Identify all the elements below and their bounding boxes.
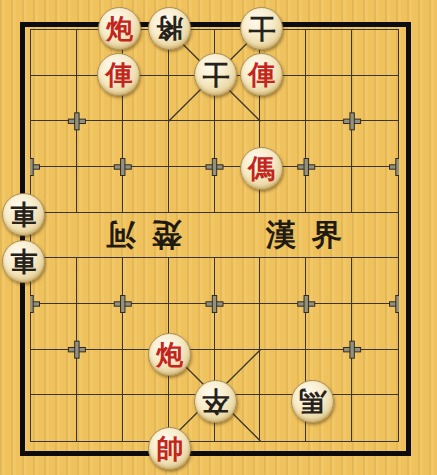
board-cell [306, 258, 352, 304]
board-cell [260, 304, 306, 350]
board-cell [77, 395, 123, 441]
piece-black-soldier[interactable]: 卒 [194, 380, 237, 423]
board-cell [352, 304, 398, 350]
board-cell [31, 30, 77, 76]
board-cell [123, 258, 169, 304]
piece-black-chariot[interactable]: 車 [2, 240, 45, 283]
board-cell [169, 167, 215, 213]
piece-glyph: 馬 [292, 381, 333, 422]
board-cell [215, 258, 261, 304]
piece-red-general[interactable]: 帥 [148, 427, 191, 470]
board-cell [31, 395, 77, 441]
piece-red-chariot[interactable]: 俥 [240, 53, 283, 96]
board-cell [306, 304, 352, 350]
board-cell [169, 258, 215, 304]
piece-black-horse[interactable]: 馬 [291, 380, 334, 423]
piece-black-advisor[interactable]: 士 [194, 53, 237, 96]
piece-glyph: 卒 [195, 381, 236, 422]
board-cell [31, 350, 77, 396]
board-cell [352, 76, 398, 122]
piece-glyph: 將 [149, 8, 190, 49]
piece-red-cannon[interactable]: 炮 [98, 7, 141, 50]
piece-black-chariot[interactable]: 車 [2, 193, 45, 236]
piece-red-chariot[interactable]: 俥 [97, 53, 140, 96]
piece-glyph: 炮 [149, 334, 190, 375]
board-cell [352, 350, 398, 396]
board-cell [77, 121, 123, 167]
piece-black-advisor[interactable]: 士 [240, 7, 283, 50]
piece-glyph: 帥 [149, 428, 190, 469]
board-cell [352, 395, 398, 441]
board-cell [31, 304, 77, 350]
board-cell [352, 167, 398, 213]
board-cell [260, 258, 306, 304]
board-cell [306, 76, 352, 122]
board-cell [123, 121, 169, 167]
piece-glyph: 車 [3, 241, 44, 282]
river-text-left: 楚河 [86, 212, 202, 258]
board-cell [77, 167, 123, 213]
board-cell [306, 121, 352, 167]
piece-glyph: 士 [241, 8, 282, 49]
board-cell [352, 258, 398, 304]
piece-glyph: 車 [3, 194, 44, 235]
board-cell [215, 304, 261, 350]
board-cell [31, 76, 77, 122]
board-cell [77, 350, 123, 396]
piece-glyph: 俥 [98, 54, 139, 95]
piece-red-horse[interactable]: 傌 [240, 147, 283, 190]
board-cell [169, 121, 215, 167]
board-cell [352, 30, 398, 76]
piece-glyph: 傌 [241, 148, 282, 189]
board-cell [31, 121, 77, 167]
board-cell [77, 258, 123, 304]
board-cell [123, 167, 169, 213]
board-cell [306, 167, 352, 213]
piece-glyph: 俥 [241, 54, 282, 95]
board-cell [77, 304, 123, 350]
piece-glyph: 士 [195, 54, 236, 95]
piece-red-cannon[interactable]: 炮 [148, 333, 191, 376]
board-cell [352, 121, 398, 167]
river-text-right: 漢界 [246, 212, 362, 258]
board-cell [306, 30, 352, 76]
xiangqi-board: 楚河 漢界 炮將士俥士俥傌車車炮卒馬帥 [0, 0, 437, 475]
piece-glyph: 炮 [99, 8, 140, 49]
piece-black-general[interactable]: 將 [148, 7, 191, 50]
